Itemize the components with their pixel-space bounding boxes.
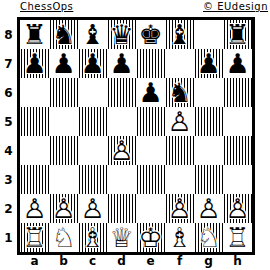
piece-black-knight[interactable]: ♞♞ (49, 20, 78, 49)
square-a4[interactable] (20, 136, 49, 165)
piece-white-pawn[interactable]: ♟♙ (20, 194, 49, 223)
piece-white-pawn[interactable]: ♟♙ (165, 107, 194, 136)
file-label-c: c (78, 255, 107, 269)
square-g6[interactable] (194, 78, 223, 107)
piece-black-pawn[interactable]: ♟♟ (78, 49, 107, 78)
piece-outline-layer: ♝ (165, 20, 194, 49)
piece-outline-layer: ♟ (136, 78, 165, 107)
chess-diagram: ChessOps © EUdesign 87654321 ♜♜♞♞♝♝♛♛♚♚♝… (0, 0, 270, 270)
piece-outline-layer: ♟ (194, 49, 223, 78)
square-a1[interactable]: ♜♖ (20, 223, 49, 252)
credit-text: © EUdesign (203, 1, 268, 12)
piece-outline-layer: ♟ (223, 49, 252, 78)
square-c8[interactable]: ♝♝ (78, 20, 107, 49)
piece-black-pawn[interactable]: ♟♟ (49, 49, 78, 78)
square-f7[interactable] (165, 49, 194, 78)
square-g5[interactable] (194, 107, 223, 136)
piece-black-rook[interactable]: ♜♜ (223, 20, 252, 49)
piece-outline-layer: ♕ (107, 223, 136, 252)
square-g1[interactable]: ♞♘ (194, 223, 223, 252)
piece-white-pawn[interactable]: ♟♙ (49, 194, 78, 223)
square-b5[interactable] (49, 107, 78, 136)
piece-black-rook[interactable]: ♜♜ (20, 20, 49, 49)
piece-outline-layer: ♝ (78, 20, 107, 49)
square-h6[interactable] (223, 78, 252, 107)
square-c3[interactable] (78, 165, 107, 194)
piece-black-pawn[interactable]: ♟♟ (136, 78, 165, 107)
piece-outline-layer: ♚ (136, 20, 165, 49)
app-title: ChessOps (20, 1, 73, 12)
square-e7[interactable] (136, 49, 165, 78)
square-b3[interactable] (49, 165, 78, 194)
square-e2[interactable] (136, 194, 165, 223)
rank-label-3: 3 (0, 165, 17, 194)
piece-white-pawn[interactable]: ♟♙ (194, 194, 223, 223)
piece-white-pawn[interactable]: ♟♙ (165, 194, 194, 223)
file-label-e: e (136, 255, 165, 269)
piece-white-pawn[interactable]: ♟♙ (223, 194, 252, 223)
square-c1[interactable]: ♝♗ (78, 223, 107, 252)
rank-label-7: 7 (0, 49, 17, 78)
piece-outline-layer: ♙ (194, 194, 223, 223)
piece-black-king[interactable]: ♚♚ (136, 20, 165, 49)
piece-black-pawn[interactable]: ♟♟ (20, 49, 49, 78)
piece-white-king[interactable]: ♚♔ (136, 223, 165, 252)
square-b2[interactable]: ♟♙ (49, 194, 78, 223)
piece-outline-layer: ♟ (20, 49, 49, 78)
piece-outline-layer: ♜ (20, 20, 49, 49)
piece-white-knight[interactable]: ♞♘ (49, 223, 78, 252)
rank-label-6: 6 (0, 78, 17, 107)
square-f6[interactable]: ♞♞ (165, 78, 194, 107)
square-f8[interactable]: ♝♝ (165, 20, 194, 49)
square-a6[interactable] (20, 78, 49, 107)
piece-outline-layer: ♟ (49, 49, 78, 78)
piece-outline-layer: ♘ (194, 223, 223, 252)
piece-outline-layer: ♗ (78, 223, 107, 252)
file-label-b: b (49, 255, 78, 269)
square-g8[interactable] (194, 20, 223, 49)
piece-white-rook[interactable]: ♜♖ (223, 223, 252, 252)
square-a7[interactable]: ♟♟ (20, 49, 49, 78)
piece-outline-layer: ♙ (165, 107, 194, 136)
rank-label-5: 5 (0, 107, 17, 136)
square-c4[interactable] (78, 136, 107, 165)
piece-black-queen[interactable]: ♛♛ (107, 20, 136, 49)
square-f5[interactable]: ♟♙ (165, 107, 194, 136)
piece-outline-layer: ♙ (165, 194, 194, 223)
square-e1[interactable]: ♚♔ (136, 223, 165, 252)
square-f2[interactable]: ♟♙ (165, 194, 194, 223)
rank-label-1: 1 (0, 223, 17, 252)
piece-outline-layer: ♖ (20, 223, 49, 252)
file-label-g: g (194, 255, 223, 269)
square-h1[interactable]: ♜♖ (223, 223, 252, 252)
piece-white-rook[interactable]: ♜♖ (20, 223, 49, 252)
square-a5[interactable] (20, 107, 49, 136)
piece-white-queen[interactable]: ♛♕ (107, 223, 136, 252)
piece-outline-layer: ♙ (78, 194, 107, 223)
square-d2[interactable] (107, 194, 136, 223)
square-d3[interactable] (107, 165, 136, 194)
piece-outline-layer: ♙ (49, 194, 78, 223)
piece-outline-layer: ♜ (223, 20, 252, 49)
square-c6[interactable] (78, 78, 107, 107)
square-h2[interactable]: ♟♙ (223, 194, 252, 223)
file-label-f: f (165, 255, 194, 269)
square-h5[interactable] (223, 107, 252, 136)
piece-black-pawn[interactable]: ♟♟ (107, 49, 136, 78)
square-h3[interactable] (223, 165, 252, 194)
rank-label-2: 2 (0, 194, 17, 223)
piece-black-pawn[interactable]: ♟♟ (223, 49, 252, 78)
file-label-d: d (107, 255, 136, 269)
piece-outline-layer: ♞ (165, 78, 194, 107)
file-labels: abcdefgh (20, 255, 252, 269)
rank-label-8: 8 (0, 20, 17, 49)
piece-white-bishop[interactable]: ♝♗ (78, 223, 107, 252)
square-e8[interactable]: ♚♚ (136, 20, 165, 49)
piece-black-bishop[interactable]: ♝♝ (165, 20, 194, 49)
square-e4[interactable] (136, 136, 165, 165)
piece-outline-layer: ♟ (107, 49, 136, 78)
square-a2[interactable]: ♟♙ (20, 194, 49, 223)
piece-outline-layer: ♙ (223, 194, 252, 223)
square-f4[interactable] (165, 136, 194, 165)
rank-labels: 87654321 (0, 20, 17, 252)
square-c5[interactable] (78, 107, 107, 136)
square-g7[interactable]: ♟♟ (194, 49, 223, 78)
piece-white-knight[interactable]: ♞♘ (194, 223, 223, 252)
rank-label-4: 4 (0, 136, 17, 165)
square-h7[interactable]: ♟♟ (223, 49, 252, 78)
file-label-h: h (223, 255, 252, 269)
piece-outline-layer: ♙ (107, 136, 136, 165)
piece-black-knight[interactable]: ♞♞ (165, 78, 194, 107)
piece-white-pawn[interactable]: ♟♙ (107, 136, 136, 165)
piece-white-pawn[interactable]: ♟♙ (78, 194, 107, 223)
piece-outline-layer: ♘ (49, 223, 78, 252)
square-d1[interactable]: ♛♕ (107, 223, 136, 252)
piece-outline-layer: ♞ (49, 20, 78, 49)
piece-outline-layer: ♔ (136, 223, 165, 252)
piece-black-bishop[interactable]: ♝♝ (78, 20, 107, 49)
square-a3[interactable] (20, 165, 49, 194)
square-b4[interactable] (49, 136, 78, 165)
square-h4[interactable] (223, 136, 252, 165)
piece-outline-layer: ♟ (78, 49, 107, 78)
square-g2[interactable]: ♟♙ (194, 194, 223, 223)
square-b1[interactable]: ♞♘ (49, 223, 78, 252)
square-e6[interactable]: ♟♟ (136, 78, 165, 107)
square-c2[interactable]: ♟♙ (78, 194, 107, 223)
square-g3[interactable] (194, 165, 223, 194)
piece-black-pawn[interactable]: ♟♟ (194, 49, 223, 78)
file-label-a: a (20, 255, 49, 269)
square-c7[interactable]: ♟♟ (78, 49, 107, 78)
square-b7[interactable]: ♟♟ (49, 49, 78, 78)
piece-outline-layer: ♛ (107, 20, 136, 49)
piece-white-bishop[interactable]: ♝♗ (165, 223, 194, 252)
chess-board: ♜♜♞♞♝♝♛♛♚♚♝♝♜♜♟♟♟♟♟♟♟♟♟♟♟♟♟♟♞♞♟♙♟♙♟♙♟♙♟♙… (17, 17, 255, 255)
square-e5[interactable] (136, 107, 165, 136)
square-f3[interactable] (165, 165, 194, 194)
square-d7[interactable]: ♟♟ (107, 49, 136, 78)
square-g4[interactable] (194, 136, 223, 165)
square-d8[interactable]: ♛♛ (107, 20, 136, 49)
square-f1[interactable]: ♝♗ (165, 223, 194, 252)
square-d6[interactable] (107, 78, 136, 107)
square-d4[interactable]: ♟♙ (107, 136, 136, 165)
piece-outline-layer: ♖ (223, 223, 252, 252)
square-h8[interactable]: ♜♜ (223, 20, 252, 49)
square-e3[interactable] (136, 165, 165, 194)
piece-outline-layer: ♗ (165, 223, 194, 252)
piece-outline-layer: ♙ (20, 194, 49, 223)
square-a8[interactable]: ♜♜ (20, 20, 49, 49)
square-d5[interactable] (107, 107, 136, 136)
square-b6[interactable] (49, 78, 78, 107)
square-b8[interactable]: ♞♞ (49, 20, 78, 49)
